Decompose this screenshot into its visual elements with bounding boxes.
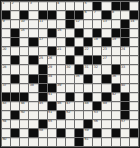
white-cell[interactable]: 9 (2, 20, 10, 28)
white-cell[interactable]: 34 (48, 75, 56, 83)
clue-number: 55 (48, 120, 52, 124)
black-cell (121, 2, 129, 10)
white-cell[interactable]: 42 (112, 93, 120, 101)
clue-number: 42 (112, 93, 116, 97)
clue-number: 2 (12, 2, 14, 6)
white-cell[interactable] (130, 102, 138, 110)
white-cell[interactable]: 28 (2, 65, 10, 73)
clue-number: 54 (2, 120, 6, 124)
white-cell[interactable] (75, 2, 83, 10)
white-cell[interactable] (29, 29, 37, 37)
white-cell[interactable] (66, 138, 74, 146)
white-cell[interactable] (29, 138, 37, 146)
white-cell[interactable] (39, 29, 47, 37)
black-cell (48, 84, 56, 92)
white-cell[interactable]: 43 (2, 102, 10, 110)
white-cell[interactable] (39, 138, 47, 146)
black-cell (112, 29, 120, 37)
white-cell[interactable] (75, 111, 83, 119)
black-cell (84, 120, 92, 128)
white-cell[interactable]: 4 (57, 2, 65, 10)
white-cell[interactable]: 6 (84, 11, 92, 19)
white-cell[interactable]: 40 (121, 84, 129, 92)
black-cell (29, 56, 37, 64)
white-cell[interactable] (57, 56, 65, 64)
clue-number: 5 (85, 2, 87, 6)
white-cell[interactable]: 38 (29, 84, 37, 92)
white-cell[interactable] (93, 138, 101, 146)
black-cell (11, 56, 19, 64)
white-cell[interactable]: 49 (102, 102, 110, 110)
white-cell[interactable]: 3 (29, 2, 37, 10)
white-cell[interactable]: 58 (39, 129, 47, 137)
black-cell (112, 84, 120, 92)
clue-number: 33 (121, 66, 125, 70)
clue-number: 38 (30, 84, 34, 88)
black-cell (11, 111, 19, 119)
white-cell[interactable] (130, 29, 138, 37)
clue-number: 31 (85, 66, 89, 70)
white-cell[interactable] (2, 129, 10, 137)
white-cell[interactable]: 14 (130, 20, 138, 28)
white-cell[interactable] (75, 84, 83, 92)
black-cell (93, 102, 101, 110)
white-cell[interactable]: 17 (39, 38, 47, 46)
white-cell[interactable] (20, 75, 28, 83)
white-cell[interactable]: 52 (66, 111, 74, 119)
black-cell (11, 29, 19, 37)
black-cell (112, 129, 120, 137)
white-cell[interactable]: 23 (102, 47, 110, 55)
white-cell[interactable] (130, 84, 138, 92)
black-cell (39, 120, 47, 128)
white-cell[interactable] (20, 138, 28, 146)
white-cell[interactable] (11, 11, 19, 19)
black-cell (39, 11, 47, 19)
black-cell (75, 11, 83, 19)
white-cell[interactable] (66, 29, 74, 37)
white-cell[interactable] (29, 11, 37, 19)
white-cell[interactable]: 25 (39, 56, 47, 64)
white-cell[interactable] (29, 93, 37, 101)
white-cell[interactable] (130, 65, 138, 73)
white-cell[interactable] (48, 129, 56, 137)
clue-number: 36 (112, 75, 116, 79)
white-cell[interactable] (130, 93, 138, 101)
white-cell[interactable] (20, 65, 28, 73)
black-cell (93, 2, 101, 10)
clue-number: 45 (39, 102, 43, 106)
white-cell[interactable] (112, 56, 120, 64)
white-cell[interactable]: 8 (112, 11, 120, 19)
black-cell (84, 38, 92, 46)
white-cell[interactable]: 12 (75, 20, 83, 28)
black-cell (84, 93, 92, 101)
black-cell (2, 93, 10, 101)
white-cell[interactable] (66, 75, 74, 83)
white-cell[interactable] (75, 120, 83, 128)
white-cell[interactable] (121, 138, 129, 146)
clue-number: 43 (2, 102, 6, 106)
black-cell (48, 11, 56, 19)
white-cell[interactable] (84, 111, 92, 119)
clue-number: 56 (94, 120, 98, 124)
white-cell[interactable] (2, 75, 10, 83)
white-cell[interactable] (130, 138, 138, 146)
black-cell (75, 129, 83, 137)
black-cell (2, 11, 10, 19)
black-cell (29, 38, 37, 46)
black-cell (102, 11, 110, 19)
white-cell[interactable] (102, 2, 110, 10)
clue-number: 11 (39, 20, 43, 24)
white-cell[interactable] (29, 47, 37, 55)
white-cell[interactable]: 24 (121, 47, 129, 55)
black-cell (93, 29, 101, 37)
black-cell (20, 11, 28, 19)
white-cell[interactable]: 51 (48, 111, 56, 119)
white-cell[interactable] (20, 38, 28, 46)
black-cell (29, 75, 37, 83)
white-cell[interactable] (11, 65, 19, 73)
clue-number: 8 (112, 11, 114, 15)
white-cell[interactable]: 44 (20, 102, 28, 110)
white-cell[interactable]: 39 (57, 84, 65, 92)
clue-number: 19 (112, 38, 116, 42)
clue-number: 17 (39, 38, 43, 42)
white-cell[interactable]: 32 (93, 65, 101, 73)
white-cell[interactable] (75, 93, 83, 101)
white-cell[interactable] (130, 38, 138, 46)
black-cell (75, 29, 83, 37)
white-cell[interactable] (48, 2, 56, 10)
black-cell (66, 38, 74, 46)
white-cell[interactable]: 45 (39, 102, 47, 110)
clue-number: 26 (48, 57, 52, 61)
clue-number: 28 (2, 66, 6, 70)
clue-number: 21 (57, 48, 61, 52)
black-cell (121, 102, 129, 110)
white-cell[interactable] (20, 47, 28, 55)
black-cell (57, 129, 65, 137)
white-cell[interactable] (29, 111, 37, 119)
white-cell[interactable] (29, 20, 37, 28)
white-cell[interactable]: 35 (75, 75, 83, 83)
white-cell[interactable] (66, 84, 74, 92)
white-cell[interactable] (130, 111, 138, 119)
black-cell (66, 93, 74, 101)
black-cell (102, 93, 110, 101)
white-cell[interactable] (2, 56, 10, 64)
clue-number: 22 (85, 48, 89, 52)
white-cell[interactable] (102, 84, 110, 92)
white-cell[interactable]: 59 (84, 129, 92, 137)
white-cell[interactable] (112, 20, 120, 28)
clue-number: 57 (121, 120, 125, 124)
white-cell[interactable] (2, 111, 10, 119)
white-cell[interactable] (112, 138, 120, 146)
black-cell (102, 75, 110, 83)
white-cell[interactable]: 2 (11, 2, 19, 10)
white-cell[interactable]: 29 (48, 65, 56, 73)
white-cell[interactable]: 7 (93, 11, 101, 19)
clue-number: 20 (2, 48, 6, 52)
white-cell[interactable]: 5 (84, 2, 92, 10)
black-cell (20, 93, 28, 101)
white-cell[interactable]: 48 (84, 102, 92, 110)
white-cell[interactable]: 1 (2, 2, 10, 10)
clue-number: 39 (57, 84, 61, 88)
white-cell[interactable]: 37 (2, 84, 10, 92)
white-cell[interactable] (20, 84, 28, 92)
clue-number: 13 (103, 20, 107, 24)
black-cell (130, 129, 138, 137)
black-cell (84, 56, 92, 64)
white-cell[interactable] (11, 84, 19, 92)
clue-number: 14 (130, 20, 134, 24)
white-cell[interactable] (29, 102, 37, 110)
white-cell[interactable] (48, 138, 56, 146)
clue-number: 34 (48, 75, 52, 79)
white-cell[interactable] (39, 47, 47, 55)
white-cell[interactable] (66, 2, 74, 10)
clue-number: 10 (21, 20, 25, 24)
white-cell[interactable] (57, 75, 65, 83)
white-cell[interactable] (20, 56, 28, 64)
white-cell[interactable] (93, 75, 101, 83)
black-cell (11, 75, 19, 83)
clue-number: 51 (48, 111, 52, 115)
white-cell[interactable]: 47 (66, 102, 74, 110)
black-cell (11, 129, 19, 137)
white-cell[interactable] (102, 111, 110, 119)
white-cell[interactable]: 36 (112, 75, 120, 83)
white-cell[interactable]: 16 (57, 29, 65, 37)
clue-number: 25 (39, 57, 43, 61)
white-cell[interactable]: 26 (48, 56, 56, 64)
white-cell[interactable]: 19 (112, 38, 120, 46)
black-cell (39, 75, 47, 83)
black-cell (121, 20, 129, 28)
white-cell[interactable] (93, 47, 101, 55)
clue-number: 59 (85, 129, 89, 133)
black-cell (11, 93, 19, 101)
clue-number: 52 (66, 111, 70, 115)
white-cell[interactable] (66, 47, 74, 55)
white-cell[interactable] (39, 2, 47, 10)
clue-number: 27 (103, 57, 107, 61)
white-cell[interactable] (75, 56, 83, 64)
white-cell[interactable] (57, 120, 65, 128)
white-cell[interactable] (121, 75, 129, 83)
black-cell (11, 38, 19, 46)
white-cell[interactable] (20, 2, 28, 10)
white-cell[interactable] (57, 138, 65, 146)
white-cell[interactable]: 31 (84, 65, 92, 73)
black-cell (66, 20, 74, 28)
black-cell (84, 75, 92, 83)
white-cell[interactable]: 11 (39, 20, 47, 28)
white-cell[interactable] (11, 20, 19, 28)
white-cell[interactable] (102, 65, 110, 73)
white-cell[interactable]: 55 (48, 120, 56, 128)
white-cell[interactable]: 61 (84, 138, 92, 146)
black-cell (121, 111, 129, 119)
white-cell[interactable] (112, 120, 120, 128)
white-cell[interactable]: 27 (102, 56, 110, 64)
clue-number: 23 (103, 48, 107, 52)
clue-number: 12 (75, 20, 79, 24)
clue-number: 35 (75, 75, 79, 79)
black-cell (29, 129, 37, 137)
black-cell (39, 65, 47, 73)
black-cell (75, 65, 83, 73)
black-cell (39, 93, 47, 101)
white-cell[interactable]: 46 (57, 102, 65, 110)
white-cell[interactable]: 50 (20, 111, 28, 119)
black-cell (121, 93, 129, 101)
black-cell (48, 102, 56, 110)
white-cell[interactable] (84, 84, 92, 92)
white-cell[interactable] (130, 56, 138, 64)
clue-number: 53 (94, 111, 98, 115)
clue-number: 16 (57, 29, 61, 33)
clue-number: 18 (94, 38, 98, 42)
clue-number: 30 (66, 66, 70, 70)
clue-number: 58 (39, 129, 43, 133)
white-cell[interactable] (57, 65, 65, 73)
white-cell[interactable] (57, 11, 65, 19)
black-cell (48, 29, 56, 37)
white-cell[interactable] (39, 111, 47, 119)
clue-number: 47 (66, 102, 70, 106)
clue-number: 29 (48, 66, 52, 70)
white-cell[interactable]: 10 (20, 20, 28, 28)
clue-number: 3 (30, 2, 32, 6)
black-cell (102, 38, 110, 46)
clue-number: 60 (2, 138, 6, 142)
clue-number: 7 (94, 11, 96, 15)
white-cell[interactable]: 53 (93, 111, 101, 119)
white-cell[interactable]: 30 (66, 65, 74, 73)
white-cell[interactable] (75, 102, 83, 110)
white-cell[interactable]: 54 (2, 120, 10, 128)
white-cell[interactable] (112, 47, 120, 55)
clue-number: 48 (85, 102, 89, 106)
black-cell (93, 56, 101, 64)
white-cell[interactable] (93, 84, 101, 92)
black-cell (48, 47, 56, 55)
white-cell[interactable]: 56 (93, 120, 101, 128)
white-cell[interactable] (11, 120, 19, 128)
white-cell[interactable] (121, 129, 129, 137)
clue-number: 6 (85, 11, 87, 15)
white-cell[interactable] (11, 102, 19, 110)
white-cell[interactable] (11, 47, 19, 55)
white-cell[interactable] (112, 102, 120, 110)
clue-number: 15 (21, 29, 25, 33)
clue-number: 32 (94, 66, 98, 70)
black-cell (112, 2, 120, 10)
white-cell[interactable] (121, 56, 129, 64)
black-cell (57, 111, 65, 119)
white-cell[interactable]: 13 (102, 20, 110, 28)
white-cell[interactable]: 21 (57, 47, 65, 55)
white-cell[interactable]: 22 (84, 47, 92, 55)
clue-number: 61 (85, 138, 89, 142)
white-cell[interactable] (48, 38, 56, 46)
white-cell[interactable] (20, 129, 28, 137)
white-cell[interactable] (29, 65, 37, 73)
white-cell[interactable] (130, 75, 138, 83)
white-cell[interactable] (29, 120, 37, 128)
clue-number: 1 (2, 2, 4, 6)
clue-number: 4 (57, 2, 59, 6)
clue-number: 46 (57, 102, 61, 106)
white-cell[interactable]: 41 (48, 93, 56, 101)
white-cell[interactable] (66, 120, 74, 128)
white-cell[interactable] (84, 29, 92, 37)
white-cell[interactable] (93, 20, 101, 28)
white-cell[interactable] (130, 47, 138, 55)
white-cell[interactable] (66, 129, 74, 137)
white-cell[interactable] (112, 111, 120, 119)
white-cell[interactable]: 33 (121, 65, 129, 73)
clue-number: 41 (48, 93, 52, 97)
white-cell[interactable] (102, 129, 110, 137)
white-cell[interactable] (75, 38, 83, 46)
white-cell[interactable] (2, 38, 10, 46)
crossword-grid: 1234567891011121314151617181920212223242… (0, 0, 140, 148)
white-cell[interactable] (57, 38, 65, 46)
white-cell[interactable]: 15 (20, 29, 28, 37)
black-cell (121, 38, 129, 46)
black-cell (66, 11, 74, 19)
white-cell[interactable] (102, 120, 110, 128)
white-cell[interactable]: 57 (121, 120, 129, 128)
clue-number: 50 (21, 111, 25, 115)
white-cell[interactable]: 20 (2, 47, 10, 55)
black-cell (75, 47, 83, 55)
clue-number: 49 (103, 102, 107, 106)
clue-number: 9 (2, 20, 4, 24)
clue-number: 37 (2, 84, 6, 88)
white-cell[interactable] (130, 120, 138, 128)
white-cell[interactable]: 18 (93, 38, 101, 46)
white-cell[interactable] (2, 29, 10, 37)
black-cell (121, 29, 129, 37)
clue-number: 44 (21, 102, 25, 106)
black-cell (66, 56, 74, 64)
white-cell[interactable] (102, 29, 110, 37)
black-cell (93, 129, 101, 137)
white-cell[interactable] (20, 120, 28, 128)
white-cell[interactable] (57, 93, 65, 101)
black-cell (75, 138, 83, 146)
white-cell[interactable] (11, 138, 19, 146)
black-cell (39, 84, 47, 92)
white-cell[interactable] (93, 93, 101, 101)
white-cell[interactable] (84, 20, 92, 28)
white-cell[interactable]: 60 (2, 138, 10, 146)
white-cell[interactable] (48, 20, 56, 28)
white-cell[interactable] (57, 20, 65, 28)
clue-number: 40 (121, 84, 125, 88)
clue-number: 24 (121, 48, 125, 52)
white-cell[interactable] (121, 11, 129, 19)
white-cell[interactable] (130, 2, 138, 10)
white-cell[interactable] (102, 138, 110, 146)
